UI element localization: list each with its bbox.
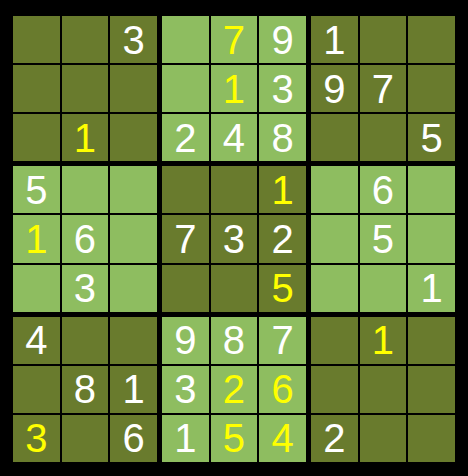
cell-r6c1[interactable] bbox=[13, 265, 60, 312]
cell-r5c6[interactable]: 2 bbox=[259, 215, 306, 262]
cell-r7c4[interactable]: 9 bbox=[162, 317, 209, 364]
box-r1c3: 1975 bbox=[311, 16, 455, 161]
cell-r5c5[interactable]: 3 bbox=[211, 215, 258, 262]
cell-r7c7[interactable] bbox=[311, 317, 358, 364]
cell-r2c2[interactable] bbox=[62, 65, 109, 112]
cell-r9c1[interactable]: 3 bbox=[13, 415, 60, 462]
cell-r8c7[interactable] bbox=[311, 366, 358, 413]
cell-r4c5[interactable] bbox=[211, 166, 258, 213]
cell-r7c8[interactable]: 1 bbox=[360, 317, 407, 364]
cell-r6c3[interactable] bbox=[110, 265, 157, 312]
cell-r1c9[interactable] bbox=[408, 16, 455, 63]
cell-r1c4[interactable] bbox=[162, 16, 209, 63]
cell-r9c3[interactable]: 6 bbox=[110, 415, 157, 462]
cell-r1c5[interactable]: 7 bbox=[211, 16, 258, 63]
cell-r3c9[interactable]: 5 bbox=[408, 114, 455, 161]
cell-r4c4[interactable] bbox=[162, 166, 209, 213]
cell-r1c2[interactable] bbox=[62, 16, 109, 63]
cell-r8c9[interactable] bbox=[408, 366, 455, 413]
cell-r2c5[interactable]: 1 bbox=[211, 65, 258, 112]
cell-r5c2[interactable]: 6 bbox=[62, 215, 109, 262]
cell-r2c9[interactable] bbox=[408, 65, 455, 112]
cell-r2c8[interactable]: 7 bbox=[360, 65, 407, 112]
cell-r2c4[interactable] bbox=[162, 65, 209, 112]
cell-r3c8[interactable] bbox=[360, 114, 407, 161]
cell-r6c7[interactable] bbox=[311, 265, 358, 312]
cell-r6c2[interactable]: 3 bbox=[62, 265, 109, 312]
page-background: { "game": "sudoku", "board_size": 9, "po… bbox=[0, 0, 468, 476]
cell-r7c1[interactable]: 4 bbox=[13, 317, 60, 364]
cell-r8c1[interactable] bbox=[13, 366, 60, 413]
cell-r3c7[interactable] bbox=[311, 114, 358, 161]
cell-r3c2[interactable]: 1 bbox=[62, 114, 109, 161]
box-r2c2: 17325 bbox=[162, 166, 306, 311]
cell-r8c8[interactable] bbox=[360, 366, 407, 413]
cell-r9c6[interactable]: 4 bbox=[259, 415, 306, 462]
box-r1c1: 31 bbox=[13, 16, 157, 161]
cell-r9c9[interactable] bbox=[408, 415, 455, 462]
box-r1c2: 7913248 bbox=[162, 16, 306, 161]
cell-r2c6[interactable]: 3 bbox=[259, 65, 306, 112]
cell-r3c3[interactable] bbox=[110, 114, 157, 161]
cell-r5c4[interactable]: 7 bbox=[162, 215, 209, 262]
cell-r9c7[interactable]: 2 bbox=[311, 415, 358, 462]
cell-r5c1[interactable]: 1 bbox=[13, 215, 60, 262]
cell-r4c8[interactable]: 6 bbox=[360, 166, 407, 213]
cell-r9c2[interactable] bbox=[62, 415, 109, 462]
cell-r4c2[interactable] bbox=[62, 166, 109, 213]
cell-r4c9[interactable] bbox=[408, 166, 455, 213]
box-r3c2: 987326154 bbox=[162, 317, 306, 462]
cell-r3c6[interactable]: 8 bbox=[259, 114, 306, 161]
cell-r6c9[interactable]: 1 bbox=[408, 265, 455, 312]
cell-r8c6[interactable]: 6 bbox=[259, 366, 306, 413]
cell-r1c8[interactable] bbox=[360, 16, 407, 63]
cell-r5c3[interactable] bbox=[110, 215, 157, 262]
cell-r6c5[interactable] bbox=[211, 265, 258, 312]
cell-r9c8[interactable] bbox=[360, 415, 407, 462]
cell-r5c8[interactable]: 5 bbox=[360, 215, 407, 262]
box-r3c3: 12 bbox=[311, 317, 455, 462]
cell-r4c6[interactable]: 1 bbox=[259, 166, 306, 213]
cell-r1c1[interactable] bbox=[13, 16, 60, 63]
cell-r4c3[interactable] bbox=[110, 166, 157, 213]
cell-r8c2[interactable]: 8 bbox=[62, 366, 109, 413]
cell-r4c7[interactable] bbox=[311, 166, 358, 213]
cell-r8c5[interactable]: 2 bbox=[211, 366, 258, 413]
cell-r7c5[interactable]: 8 bbox=[211, 317, 258, 364]
cell-r5c7[interactable] bbox=[311, 215, 358, 262]
cell-r3c5[interactable]: 4 bbox=[211, 114, 258, 161]
cell-r8c4[interactable]: 3 bbox=[162, 366, 209, 413]
cell-r8c3[interactable]: 1 bbox=[110, 366, 157, 413]
cell-r9c4[interactable]: 1 bbox=[162, 415, 209, 462]
box-r2c3: 651 bbox=[311, 166, 455, 311]
sudoku-board: 3179132481975516317325651481369873261541… bbox=[13, 16, 455, 462]
cell-r1c7[interactable]: 1 bbox=[311, 16, 358, 63]
cell-r7c2[interactable] bbox=[62, 317, 109, 364]
cell-r2c7[interactable]: 9 bbox=[311, 65, 358, 112]
cell-r5c9[interactable] bbox=[408, 215, 455, 262]
cell-r6c6[interactable]: 5 bbox=[259, 265, 306, 312]
cell-r9c5[interactable]: 5 bbox=[211, 415, 258, 462]
cell-r2c1[interactable] bbox=[13, 65, 60, 112]
cell-r1c3[interactable]: 3 bbox=[110, 16, 157, 63]
cell-r3c1[interactable] bbox=[13, 114, 60, 161]
cell-r3c4[interactable]: 2 bbox=[162, 114, 209, 161]
cell-r6c8[interactable] bbox=[360, 265, 407, 312]
cell-r7c3[interactable] bbox=[110, 317, 157, 364]
cell-r7c6[interactable]: 7 bbox=[259, 317, 306, 364]
cell-r1c6[interactable]: 9 bbox=[259, 16, 306, 63]
cell-r2c3[interactable] bbox=[110, 65, 157, 112]
cell-r4c1[interactable]: 5 bbox=[13, 166, 60, 213]
cell-r7c9[interactable] bbox=[408, 317, 455, 364]
box-r3c1: 48136 bbox=[13, 317, 157, 462]
cell-r6c4[interactable] bbox=[162, 265, 209, 312]
box-r2c1: 5163 bbox=[13, 166, 157, 311]
